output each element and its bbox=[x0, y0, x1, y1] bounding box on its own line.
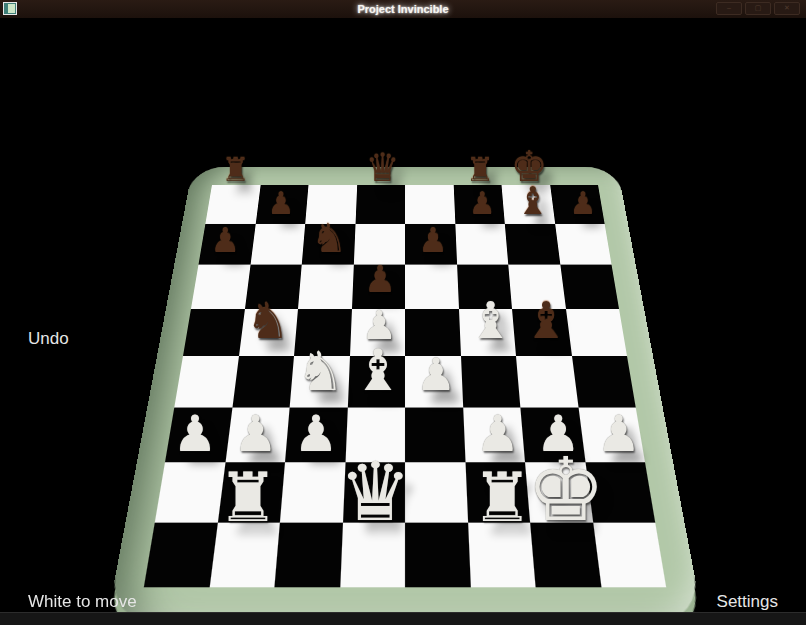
title-bar: Project Invincible – ▢ ✕ bbox=[0, 0, 806, 18]
settings-button[interactable]: Settings bbox=[717, 592, 778, 612]
window-bottom-border bbox=[0, 612, 806, 625]
square-h5[interactable] bbox=[565, 309, 627, 356]
square-e1[interactable] bbox=[405, 522, 470, 587]
piece-black-rook-a8[interactable]: ♜ bbox=[222, 154, 251, 186]
square-g7[interactable] bbox=[505, 223, 560, 264]
square-a5[interactable] bbox=[183, 309, 245, 356]
piece-black-queen-d8[interactable]: ♛ bbox=[366, 149, 400, 187]
piece-black-pawn-f7[interactable]: ♟ bbox=[469, 189, 496, 219]
piece-white-queen-d1[interactable]: ♛ bbox=[339, 452, 412, 533]
piece-white-pawn-b2[interactable]: ♟ bbox=[233, 409, 278, 459]
piece-black-knight-c6[interactable]: ♞ bbox=[311, 218, 347, 258]
piece-white-rook-b1[interactable]: ♜ bbox=[218, 464, 279, 532]
app-window: Project Invincible – ▢ ✕ ♜♛♜♚♟♟♝♟♟♞♟♟♞♝♟… bbox=[0, 0, 806, 625]
square-a2[interactable] bbox=[155, 462, 225, 522]
square-b4[interactable] bbox=[232, 356, 294, 407]
window-controls: – ▢ ✕ bbox=[716, 2, 800, 15]
game-scene: ♜♛♜♚♟♟♝♟♟♞♟♟♞♝♟♝♞♝♟♟♟♟♟♟♟♜♛♜♚ Undo White… bbox=[0, 18, 806, 613]
square-a6[interactable] bbox=[191, 265, 250, 309]
piece-white-bishop-d3[interactable]: ♝ bbox=[352, 342, 403, 399]
square-f7[interactable] bbox=[455, 223, 508, 264]
square-e2[interactable] bbox=[405, 462, 468, 522]
piece-white-pawn-c2[interactable]: ♟ bbox=[294, 409, 339, 459]
piece-black-pawn-b7[interactable]: ♟ bbox=[268, 189, 295, 219]
square-c1[interactable] bbox=[274, 522, 342, 587]
turn-status-text: White to move bbox=[28, 592, 137, 612]
piece-white-pawn-e3[interactable]: ♟ bbox=[416, 352, 456, 397]
piece-white-king-g1[interactable]: ♚ bbox=[526, 446, 605, 534]
square-c2[interactable] bbox=[280, 462, 345, 522]
piece-white-rook-f1[interactable]: ♜ bbox=[472, 464, 533, 532]
square-c6[interactable] bbox=[298, 265, 353, 309]
square-e8[interactable] bbox=[405, 185, 455, 223]
piece-black-bishop-g4[interactable]: ♝ bbox=[523, 295, 569, 346]
square-g4[interactable] bbox=[516, 356, 578, 407]
piece-black-rook-f8[interactable]: ♜ bbox=[466, 154, 495, 186]
square-h7[interactable] bbox=[555, 223, 612, 264]
undo-button[interactable]: Undo bbox=[28, 329, 69, 349]
app-icon bbox=[3, 2, 17, 15]
square-a4[interactable] bbox=[174, 356, 238, 407]
square-e6[interactable] bbox=[405, 265, 458, 309]
piece-black-pawn-e6[interactable]: ♟ bbox=[418, 224, 448, 257]
piece-black-pawn-a6[interactable]: ♟ bbox=[210, 224, 240, 257]
piece-black-pawn-h7[interactable]: ♟ bbox=[570, 189, 597, 219]
square-f4[interactable] bbox=[461, 356, 521, 407]
square-a1[interactable] bbox=[144, 522, 218, 587]
square-b7[interactable] bbox=[250, 223, 305, 264]
piece-black-pawn-d5[interactable]: ♟ bbox=[364, 262, 396, 298]
piece-black-knight-b4[interactable]: ♞ bbox=[246, 297, 290, 346]
piece-white-knight-c3[interactable]: ♞ bbox=[296, 345, 344, 399]
piece-white-bishop-f4[interactable]: ♝ bbox=[468, 295, 514, 346]
square-h4[interactable] bbox=[572, 356, 636, 407]
square-a8[interactable] bbox=[205, 185, 260, 223]
piece-black-bishop-g7[interactable]: ♝ bbox=[516, 182, 550, 220]
piece-white-pawn-a2[interactable]: ♟ bbox=[173, 409, 218, 459]
maximize-button[interactable]: ▢ bbox=[745, 2, 771, 15]
square-e3[interactable] bbox=[405, 407, 465, 462]
minimize-button[interactable]: – bbox=[716, 2, 742, 15]
chess-table bbox=[107, 167, 704, 623]
square-d8[interactable] bbox=[355, 185, 405, 223]
window-title: Project Invincible bbox=[0, 3, 806, 15]
piece-white-pawn-f2[interactable]: ♟ bbox=[475, 409, 520, 459]
close-button[interactable]: ✕ bbox=[774, 2, 800, 15]
